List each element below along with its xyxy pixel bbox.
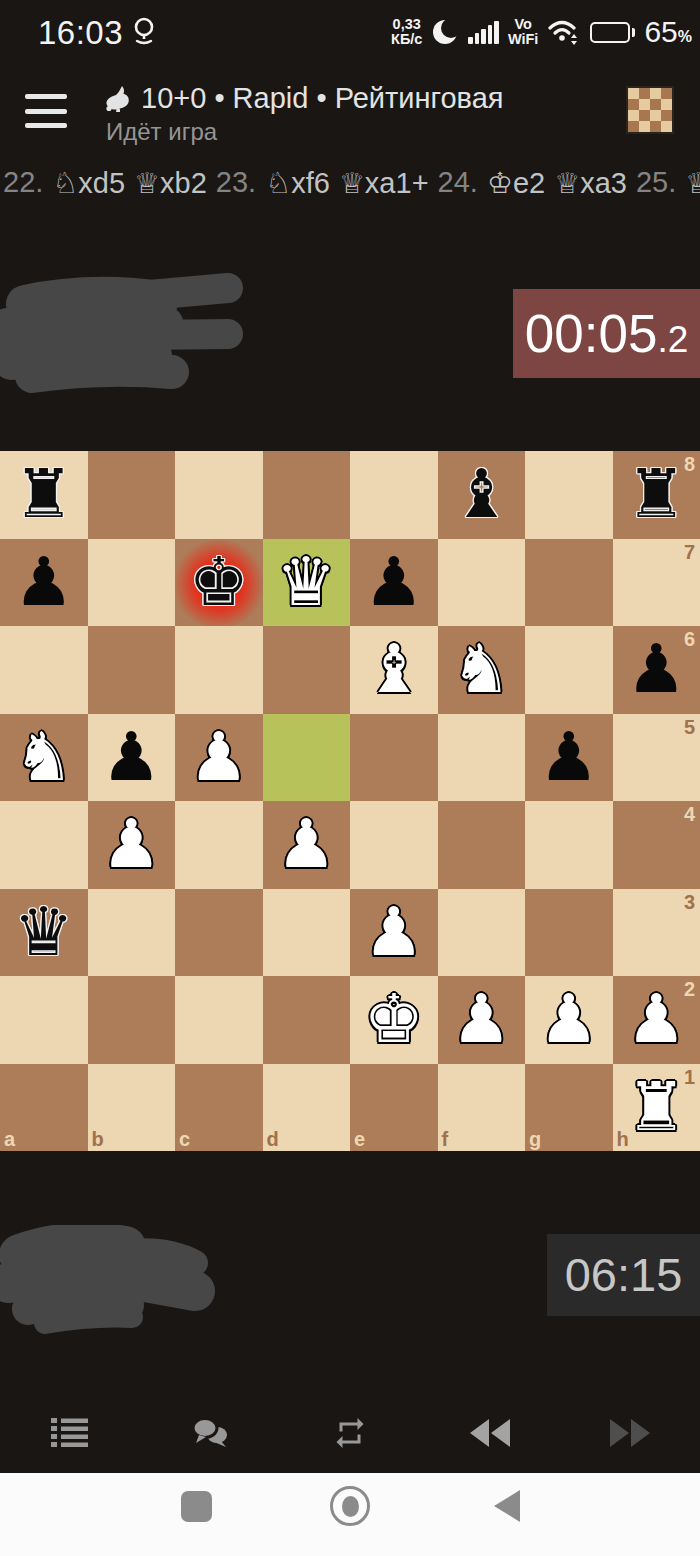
battery-percent: 65%	[644, 15, 692, 49]
chessboard-icon[interactable]	[628, 88, 672, 132]
redacted-player-name	[0, 1225, 280, 1345]
square-d6[interactable]	[263, 626, 351, 714]
white-queen[interactable]: ♛	[263, 539, 351, 627]
square-h4[interactable]: 4	[613, 801, 700, 889]
square-f4[interactable]	[438, 801, 526, 889]
chat-icon[interactable]	[140, 1393, 280, 1473]
square-d3[interactable]	[263, 889, 351, 977]
rank-label: 5	[684, 716, 695, 739]
square-a1[interactable]: a	[0, 1064, 88, 1152]
square-h5[interactable]: 5	[613, 714, 700, 802]
move-token[interactable]: 22.	[3, 166, 43, 200]
square-g5[interactable]: ♟	[525, 714, 613, 802]
square-f8[interactable]: ♝	[438, 451, 526, 539]
square-b1[interactable]: b	[88, 1064, 176, 1152]
file-label: g	[529, 1128, 541, 1151]
square-c3[interactable]	[175, 889, 263, 977]
home-icon[interactable]	[330, 1486, 370, 1526]
square-f6[interactable]: ♞	[438, 626, 526, 714]
move-token[interactable]: ♘xd5	[52, 166, 125, 200]
move-token[interactable]: 25.	[636, 166, 676, 200]
black-king[interactable]: ♚	[175, 539, 263, 627]
square-e8[interactable]	[350, 451, 438, 539]
game-status: Идёт игра	[106, 118, 217, 146]
square-e7[interactable]: ♟	[350, 539, 438, 627]
net-speed-text: 0,33 КБ/с	[391, 17, 422, 47]
file-label: a	[4, 1128, 15, 1151]
black-pawn[interactable]: ♟	[88, 714, 176, 802]
app-screen: 16:03 0,33 КБ/с Vo	[0, 0, 700, 1556]
square-c4[interactable]	[175, 801, 263, 889]
white-pawn[interactable]: ♟	[175, 714, 263, 802]
square-b8[interactable]	[88, 451, 176, 539]
signal-icon	[468, 20, 499, 44]
white-king[interactable]: ♚	[350, 976, 438, 1064]
white-bishop[interactable]: ♝	[350, 626, 438, 714]
battery-icon	[590, 22, 635, 43]
file-label: f	[442, 1128, 449, 1151]
app-header: 10+0 • Rapid • Рейтинговая Идёт игра	[0, 76, 700, 154]
square-a7[interactable]: ♟	[0, 539, 88, 627]
square-g1[interactable]: g	[525, 1064, 613, 1152]
square-f1[interactable]: f	[438, 1064, 526, 1152]
move-token[interactable]: 23.	[216, 166, 256, 200]
square-f2[interactable]: ♟	[438, 976, 526, 1064]
location-icon	[130, 16, 158, 46]
black-pawn[interactable]: ♟	[0, 539, 88, 627]
square-e4[interactable]	[350, 801, 438, 889]
move-token[interactable]: 24.	[438, 166, 478, 200]
player-clock: 06:15	[547, 1234, 700, 1316]
move-list: 22.♘xd5♕xb223.♘xf6♕xa1+24.♔e2♕xa325.♕d5+…	[0, 166, 700, 200]
chess-board: ♜♝♜8♟♚♛♟7♝♞♟6♞♟♟♟5♟♟4♛♟3♚♟♟♟2abcdefg♜1h	[0, 451, 700, 1151]
square-g3[interactable]	[525, 889, 613, 977]
square-b7[interactable]	[88, 539, 176, 627]
square-h8[interactable]: ♜8	[613, 451, 700, 539]
vowifi-text: Vo WiFi	[508, 17, 538, 47]
square-c8[interactable]	[175, 451, 263, 539]
square-a8[interactable]: ♜	[0, 451, 88, 539]
square-d4[interactable]: ♟	[263, 801, 351, 889]
move-token[interactable]: ♔e2	[487, 166, 545, 200]
black-pawn[interactable]: ♟	[350, 539, 438, 627]
flip-board-icon[interactable]	[280, 1393, 420, 1473]
rabbit-rapid-icon	[104, 85, 131, 113]
square-h2[interactable]: ♟2	[613, 976, 700, 1064]
black-bishop[interactable]: ♝	[438, 451, 526, 539]
square-c7[interactable]: ♚	[175, 539, 263, 627]
move-list-icon[interactable]	[0, 1393, 140, 1473]
rank-label: 1	[684, 1066, 695, 1089]
white-pawn[interactable]: ♟	[88, 801, 176, 889]
black-rook[interactable]: ♜	[0, 451, 88, 539]
square-d7[interactable]: ♛	[263, 539, 351, 627]
black-queen[interactable]: ♛	[0, 889, 88, 977]
dnd-moon-icon	[431, 18, 459, 46]
square-f7[interactable]	[438, 539, 526, 627]
move-token[interactable]: ♕d5+	[685, 166, 700, 200]
square-b4[interactable]: ♟	[88, 801, 176, 889]
rank-label: 3	[684, 891, 695, 914]
square-b2[interactable]	[88, 976, 176, 1064]
opponent-clock: 00:05.2	[513, 289, 700, 378]
square-d1[interactable]: d	[263, 1064, 351, 1152]
square-e6[interactable]: ♝	[350, 626, 438, 714]
file-label: d	[267, 1128, 279, 1151]
square-d5[interactable]	[263, 714, 351, 802]
white-pawn[interactable]: ♟	[263, 801, 351, 889]
game-title: 10+0 • Rapid • Рейтинговая	[141, 82, 504, 115]
rank-label: 7	[684, 541, 695, 564]
square-a4[interactable]	[0, 801, 88, 889]
rank-label: 2	[684, 978, 695, 1001]
fast-forward-icon[interactable]	[560, 1393, 700, 1473]
square-c2[interactable]	[175, 976, 263, 1064]
square-b6[interactable]	[88, 626, 176, 714]
square-e3[interactable]: ♟	[350, 889, 438, 977]
rank-label: 6	[684, 628, 695, 651]
file-label: b	[92, 1128, 104, 1151]
square-a6[interactable]	[0, 626, 88, 714]
black-pawn[interactable]: ♟	[525, 714, 613, 802]
wifi-icon	[547, 18, 581, 46]
square-f5[interactable]	[438, 714, 526, 802]
rank-label: 8	[684, 453, 695, 476]
bottom-toolbar	[0, 1393, 700, 1473]
recents-icon[interactable]	[181, 1491, 212, 1522]
square-a3[interactable]: ♛	[0, 889, 88, 977]
file-label: e	[354, 1128, 365, 1151]
status-time: 16:03	[38, 14, 123, 52]
move-token[interactable]: ♕xa1+	[339, 166, 429, 200]
square-e5[interactable]	[350, 714, 438, 802]
square-f3[interactable]	[438, 889, 526, 977]
square-g2[interactable]: ♟	[525, 976, 613, 1064]
square-b3[interactable]	[88, 889, 176, 977]
square-d8[interactable]	[263, 451, 351, 539]
white-pawn[interactable]: ♟	[525, 976, 613, 1064]
square-e1[interactable]: e	[350, 1064, 438, 1152]
square-h3[interactable]: 3	[613, 889, 700, 977]
white-pawn[interactable]: ♟	[350, 889, 438, 977]
white-knight[interactable]: ♞	[438, 626, 526, 714]
square-h7[interactable]: 7	[613, 539, 700, 627]
menu-hamburger-icon[interactable]	[25, 94, 67, 128]
square-a2[interactable]	[0, 976, 88, 1064]
move-token[interactable]: ♕xa3	[554, 166, 627, 200]
white-pawn[interactable]: ♟	[438, 976, 526, 1064]
square-d2[interactable]	[263, 976, 351, 1064]
rewind-icon[interactable]	[420, 1393, 560, 1473]
file-label: c	[179, 1128, 190, 1151]
square-g4[interactable]	[525, 801, 613, 889]
file-label: h	[617, 1128, 629, 1151]
square-c6[interactable]	[175, 626, 263, 714]
white-knight[interactable]: ♞	[0, 714, 88, 802]
square-a5[interactable]: ♞	[0, 714, 88, 802]
square-c1[interactable]: c	[175, 1064, 263, 1152]
move-token[interactable]: ♘xf6	[265, 166, 330, 200]
square-g7[interactable]	[525, 539, 613, 627]
rank-label: 4	[684, 803, 695, 826]
square-b5[interactable]: ♟	[88, 714, 176, 802]
move-token[interactable]: ♕xb2	[134, 166, 207, 200]
redacted-opponent-name	[0, 272, 400, 402]
back-icon[interactable]	[494, 1490, 520, 1522]
square-g6[interactable]	[525, 626, 613, 714]
square-e2[interactable]: ♚	[350, 976, 438, 1064]
square-h6[interactable]: ♟6	[613, 626, 700, 714]
status-bar: 16:03 0,33 КБ/с Vo	[0, 0, 700, 64]
square-c5[interactable]: ♟	[175, 714, 263, 802]
square-h1[interactable]: ♜1h	[613, 1064, 700, 1152]
android-nav-bar	[0, 1473, 700, 1556]
square-g8[interactable]	[525, 451, 613, 539]
